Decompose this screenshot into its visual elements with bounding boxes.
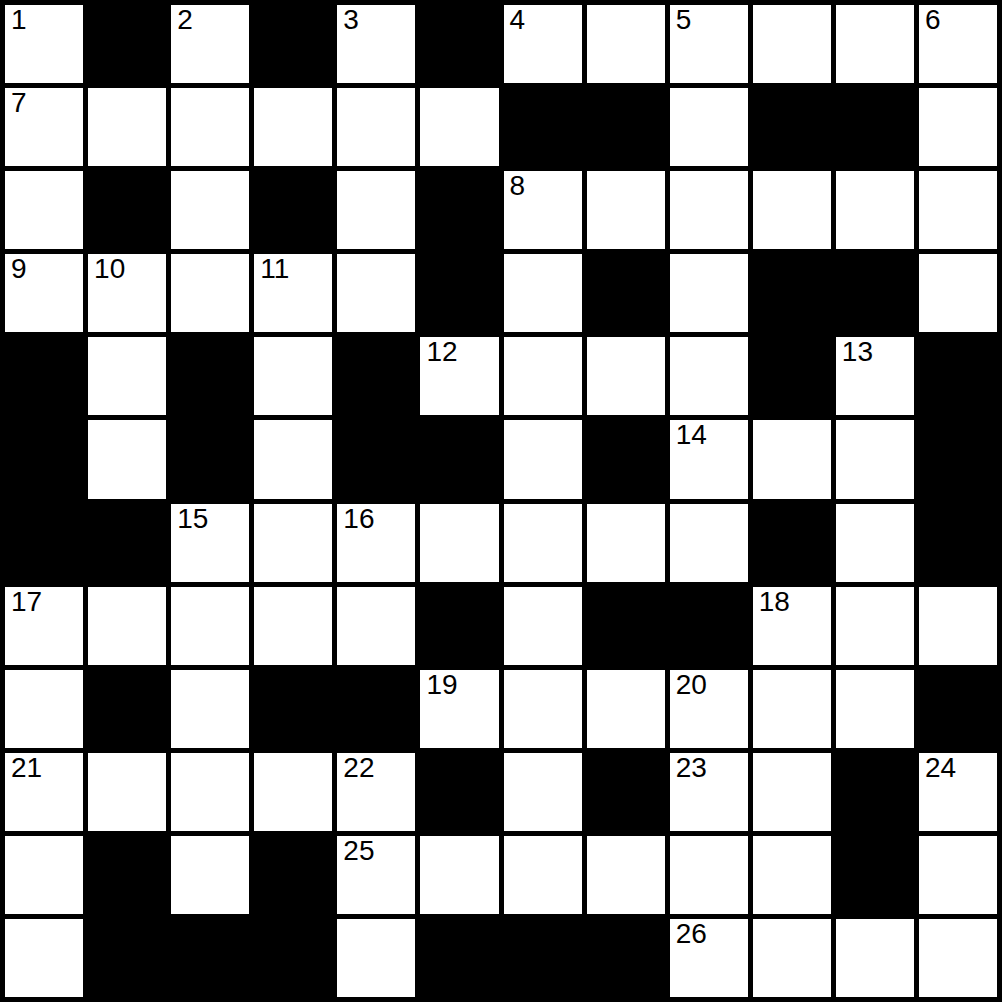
letter-cell-r8c6[interactable] (504, 670, 582, 748)
letter-cell-r3c0[interactable]: 9 (5, 254, 83, 332)
letter-cell-r3c3[interactable]: 11 (254, 254, 332, 332)
letter-cell-r2c9[interactable] (753, 171, 831, 249)
letter-cell-r11c9[interactable] (753, 919, 831, 997)
letter-cell-r2c10[interactable] (836, 171, 914, 249)
block-cell-r1c6 (504, 88, 582, 166)
block-cell-r6c1 (88, 504, 166, 582)
clue-number-17: 17 (11, 587, 42, 616)
letter-cell-r2c0[interactable] (5, 171, 83, 249)
block-cell-r4c2 (171, 337, 249, 415)
block-cell-r1c9 (753, 88, 831, 166)
block-cell-r8c4 (337, 670, 415, 748)
letter-cell-r6c6[interactable] (504, 504, 582, 582)
letter-cell-r8c7[interactable] (587, 670, 665, 748)
letter-cell-r3c11[interactable] (919, 254, 997, 332)
letter-cell-r6c5[interactable] (420, 504, 498, 582)
letter-cell-r0c7[interactable] (587, 5, 665, 83)
clue-number-24: 24 (925, 753, 956, 782)
block-cell-r9c10 (836, 753, 914, 831)
letter-cell-r5c10[interactable] (836, 420, 914, 498)
clue-number-16: 16 (343, 504, 374, 533)
block-cell-r11c3 (254, 919, 332, 997)
clue-number-1: 1 (11, 5, 27, 34)
letter-cell-r1c5[interactable] (420, 88, 498, 166)
block-cell-r5c11 (919, 420, 997, 498)
block-cell-r3c5 (420, 254, 498, 332)
clue-number-8: 8 (510, 171, 526, 200)
letter-cell-r8c10[interactable] (836, 670, 914, 748)
letter-cell-r8c0[interactable] (5, 670, 83, 748)
letter-cell-r0c4[interactable]: 3 (337, 5, 415, 83)
letter-cell-r1c1[interactable] (88, 88, 166, 166)
block-cell-r11c2 (171, 919, 249, 997)
clue-number-25: 25 (343, 836, 374, 865)
letter-cell-r1c4[interactable] (337, 88, 415, 166)
letter-cell-r10c4[interactable]: 25 (337, 836, 415, 914)
block-cell-r1c7 (587, 88, 665, 166)
clue-number-14: 14 (676, 420, 707, 449)
letter-cell-r0c9[interactable] (753, 5, 831, 83)
block-cell-r3c7 (587, 254, 665, 332)
letter-cell-r9c2[interactable] (171, 753, 249, 831)
clue-number-20: 20 (676, 670, 707, 699)
block-cell-r1c10 (836, 88, 914, 166)
letter-cell-r9c0[interactable]: 21 (5, 753, 83, 831)
block-cell-r5c0 (5, 420, 83, 498)
letter-cell-r10c8[interactable] (670, 836, 748, 914)
block-cell-r4c0 (5, 337, 83, 415)
block-cell-r9c5 (420, 753, 498, 831)
letter-cell-r1c0[interactable]: 7 (5, 88, 83, 166)
letter-cell-r4c8[interactable] (670, 337, 748, 415)
clue-number-12: 12 (426, 337, 457, 366)
clue-number-15: 15 (177, 504, 208, 533)
letter-cell-r6c4[interactable]: 16 (337, 504, 415, 582)
clue-number-2: 2 (177, 5, 193, 34)
block-cell-r9c7 (587, 753, 665, 831)
letter-cell-r3c6[interactable] (504, 254, 582, 332)
letter-cell-r0c2[interactable]: 2 (171, 5, 249, 83)
block-cell-r5c2 (171, 420, 249, 498)
letter-cell-r4c5[interactable]: 12 (420, 337, 498, 415)
block-cell-r5c4 (337, 420, 415, 498)
letter-cell-r0c11[interactable]: 6 (919, 5, 997, 83)
block-cell-r8c1 (88, 670, 166, 748)
letter-cell-r6c10[interactable] (836, 504, 914, 582)
letter-cell-r5c9[interactable] (753, 420, 831, 498)
letter-cell-r2c11[interactable] (919, 171, 997, 249)
block-cell-r2c5 (420, 171, 498, 249)
letter-cell-r2c7[interactable] (587, 171, 665, 249)
letter-cell-r0c0[interactable]: 1 (5, 5, 83, 83)
clue-number-13: 13 (842, 337, 873, 366)
block-cell-r10c1 (88, 836, 166, 914)
letter-cell-r9c11[interactable]: 24 (919, 753, 997, 831)
letter-cell-r4c1[interactable] (88, 337, 166, 415)
block-cell-r6c11 (919, 504, 997, 582)
letter-cell-r11c4[interactable] (337, 919, 415, 997)
clue-number-26: 26 (676, 919, 707, 948)
letter-cell-r1c2[interactable] (171, 88, 249, 166)
clue-number-21: 21 (11, 753, 42, 782)
block-cell-r10c3 (254, 836, 332, 914)
letter-cell-r5c3[interactable] (254, 420, 332, 498)
letter-cell-r9c8[interactable]: 23 (670, 753, 748, 831)
block-cell-r11c6 (504, 919, 582, 997)
block-cell-r4c11 (919, 337, 997, 415)
block-cell-r4c4 (337, 337, 415, 415)
letter-cell-r3c2[interactable] (171, 254, 249, 332)
block-cell-r0c3 (254, 5, 332, 83)
letter-cell-r4c6[interactable] (504, 337, 582, 415)
block-cell-r6c9 (753, 504, 831, 582)
block-cell-r11c1 (88, 919, 166, 997)
letter-cell-r6c3[interactable] (254, 504, 332, 582)
letter-cell-r8c5[interactable]: 19 (420, 670, 498, 748)
letter-cell-r0c8[interactable]: 5 (670, 5, 748, 83)
letter-cell-r11c8[interactable]: 26 (670, 919, 748, 997)
letter-cell-r6c8[interactable] (670, 504, 748, 582)
block-cell-r2c1 (88, 171, 166, 249)
clue-number-22: 22 (343, 753, 374, 782)
letter-cell-r4c3[interactable] (254, 337, 332, 415)
letter-cell-r9c1[interactable] (88, 753, 166, 831)
block-cell-r10c10 (836, 836, 914, 914)
letter-cell-r7c3[interactable] (254, 587, 332, 665)
block-cell-r7c7 (587, 587, 665, 665)
letter-cell-r5c8[interactable]: 14 (670, 420, 748, 498)
block-cell-r6c0 (5, 504, 83, 582)
letter-cell-r1c8[interactable] (670, 88, 748, 166)
letter-cell-r7c2[interactable] (171, 587, 249, 665)
letter-cell-r7c6[interactable] (504, 587, 582, 665)
letter-cell-r10c11[interactable] (919, 836, 997, 914)
letter-cell-r5c1[interactable] (88, 420, 166, 498)
letter-cell-r10c9[interactable] (753, 836, 831, 914)
clue-number-18: 18 (759, 587, 790, 616)
letter-cell-r10c7[interactable] (587, 836, 665, 914)
block-cell-r7c8 (670, 587, 748, 665)
clue-number-23: 23 (676, 753, 707, 782)
block-cell-r7c5 (420, 587, 498, 665)
clue-number-11: 11 (260, 254, 289, 283)
letter-cell-r4c7[interactable] (587, 337, 665, 415)
letter-cell-r9c4[interactable]: 22 (337, 753, 415, 831)
letter-cell-r11c10[interactable] (836, 919, 914, 997)
letter-cell-r6c2[interactable]: 15 (171, 504, 249, 582)
letter-cell-r8c8[interactable]: 20 (670, 670, 748, 748)
letter-cell-r7c4[interactable] (337, 587, 415, 665)
clue-number-3: 3 (343, 5, 359, 34)
block-cell-r8c11 (919, 670, 997, 748)
block-cell-r3c10 (836, 254, 914, 332)
clue-number-6: 6 (925, 5, 941, 34)
block-cell-r0c1 (88, 5, 166, 83)
letter-cell-r2c6[interactable]: 8 (504, 171, 582, 249)
letter-cell-r1c3[interactable] (254, 88, 332, 166)
letter-cell-r10c0[interactable] (5, 836, 83, 914)
block-cell-r3c9 (753, 254, 831, 332)
letter-cell-r9c6[interactable] (504, 753, 582, 831)
clue-number-7: 7 (11, 88, 27, 117)
letter-cell-r9c3[interactable] (254, 753, 332, 831)
letter-cell-r2c4[interactable] (337, 171, 415, 249)
letter-cell-r10c6[interactable] (504, 836, 582, 914)
clue-number-10: 10 (94, 254, 125, 283)
letter-cell-r7c11[interactable] (919, 587, 997, 665)
letter-cell-r8c2[interactable] (171, 670, 249, 748)
clue-number-5: 5 (676, 5, 692, 34)
letter-cell-r1c11[interactable] (919, 88, 997, 166)
letter-cell-r7c1[interactable] (88, 587, 166, 665)
block-cell-r5c7 (587, 420, 665, 498)
letter-cell-r3c8[interactable] (670, 254, 748, 332)
letter-cell-r6c7[interactable] (587, 504, 665, 582)
letter-cell-r0c10[interactable] (836, 5, 914, 83)
letter-cell-r9c9[interactable] (753, 753, 831, 831)
letter-cell-r7c9[interactable]: 18 (753, 587, 831, 665)
clue-number-9: 9 (11, 254, 27, 283)
clue-number-19: 19 (426, 670, 457, 699)
letter-cell-r8c9[interactable] (753, 670, 831, 748)
block-cell-r8c3 (254, 670, 332, 748)
block-cell-r0c5 (420, 5, 498, 83)
clue-number-4: 4 (510, 5, 526, 34)
letter-cell-r11c11[interactable] (919, 919, 997, 997)
letter-cell-r5c6[interactable] (504, 420, 582, 498)
block-cell-r11c5 (420, 919, 498, 997)
letter-cell-r3c1[interactable]: 10 (88, 254, 166, 332)
letter-cell-r10c5[interactable] (420, 836, 498, 914)
letter-cell-r2c8[interactable] (670, 171, 748, 249)
letter-cell-r7c0[interactable]: 17 (5, 587, 83, 665)
block-cell-r11c7 (587, 919, 665, 997)
letter-cell-r10c2[interactable] (171, 836, 249, 914)
letter-cell-r11c0[interactable] (5, 919, 83, 997)
letter-cell-r7c10[interactable] (836, 587, 914, 665)
block-cell-r2c3 (254, 171, 332, 249)
letter-cell-r3c4[interactable] (337, 254, 415, 332)
letter-cell-r2c2[interactable] (171, 171, 249, 249)
letter-cell-r4c10[interactable]: 13 (836, 337, 914, 415)
block-cell-r4c9 (753, 337, 831, 415)
crossword-board: 1234567891011121314151617181920212223242… (0, 0, 1002, 1002)
letter-cell-r0c6[interactable]: 4 (504, 5, 582, 83)
block-cell-r5c5 (420, 420, 498, 498)
